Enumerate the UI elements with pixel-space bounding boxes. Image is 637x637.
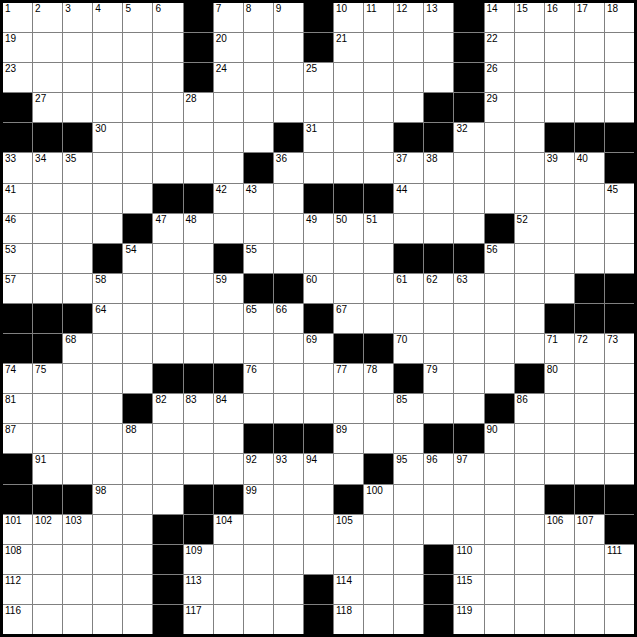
white-cell-r14c18[interactable]: 86 xyxy=(515,394,544,423)
white-cell-r10c16[interactable]: 63 xyxy=(454,274,483,303)
white-cell-r21c16[interactable]: 119 xyxy=(454,605,483,634)
white-cell-r3c1[interactable]: 23 xyxy=(3,63,32,92)
white-cell-r18c18[interactable] xyxy=(515,515,544,544)
white-cell-r17c17[interactable] xyxy=(485,485,514,514)
white-cell-r12c15[interactable] xyxy=(424,334,453,363)
white-cell-r21c10[interactable] xyxy=(274,605,303,634)
white-cell-r13c20[interactable] xyxy=(575,364,604,393)
white-cell-r8c6[interactable]: 47 xyxy=(153,214,182,243)
white-cell-r14c3[interactable] xyxy=(63,394,92,423)
white-cell-r16c19[interactable] xyxy=(545,454,574,483)
white-cell-r3c11[interactable]: 25 xyxy=(304,63,333,92)
white-cell-r17c11[interactable] xyxy=(304,485,333,514)
white-cell-r10c14[interactable]: 61 xyxy=(394,274,423,303)
white-cell-r11c4[interactable]: 64 xyxy=(93,304,122,333)
white-cell-r21c21[interactable] xyxy=(605,605,634,634)
white-cell-r1c4[interactable]: 4 xyxy=(93,3,122,32)
white-cell-r7c2[interactable] xyxy=(33,184,62,213)
white-cell-r8c8[interactable] xyxy=(214,214,243,243)
white-cell-r16c9[interactable]: 92 xyxy=(244,454,273,483)
white-cell-r20c8[interactable] xyxy=(214,575,243,604)
white-cell-r4c14[interactable] xyxy=(394,93,423,122)
white-cell-r2c5[interactable] xyxy=(123,33,152,62)
white-cell-r19c20[interactable] xyxy=(575,545,604,574)
white-cell-r7c14[interactable]: 44 xyxy=(394,184,423,213)
white-cell-r2c9[interactable] xyxy=(244,33,273,62)
white-cell-r13c12[interactable]: 77 xyxy=(334,364,363,393)
white-cell-r20c13[interactable] xyxy=(364,575,393,604)
white-cell-r8c7[interactable]: 48 xyxy=(184,214,213,243)
white-cell-r9c18[interactable] xyxy=(515,244,544,273)
white-cell-r18c20[interactable]: 107 xyxy=(575,515,604,544)
white-cell-r7c4[interactable] xyxy=(93,184,122,213)
white-cell-r20c21[interactable] xyxy=(605,575,634,604)
white-cell-r10c17[interactable] xyxy=(485,274,514,303)
white-cell-r19c2[interactable] xyxy=(33,545,62,574)
white-cell-r5c17[interactable] xyxy=(485,123,514,152)
white-cell-r2c4[interactable] xyxy=(93,33,122,62)
white-cell-r3c15[interactable] xyxy=(424,63,453,92)
white-cell-r8c4[interactable] xyxy=(93,214,122,243)
white-cell-r13c1[interactable]: 74 xyxy=(3,364,32,393)
white-cell-r1c13[interactable]: 11 xyxy=(364,3,393,32)
white-cell-r8c12[interactable]: 50 xyxy=(334,214,363,243)
white-cell-r9c17[interactable]: 56 xyxy=(485,244,514,273)
white-cell-r3c13[interactable] xyxy=(364,63,393,92)
white-cell-r8c13[interactable]: 51 xyxy=(364,214,393,243)
white-cell-r15c6[interactable] xyxy=(153,424,182,453)
white-cell-r11c16[interactable] xyxy=(454,304,483,333)
white-cell-r12c21[interactable]: 73 xyxy=(605,334,634,363)
white-cell-r19c17[interactable] xyxy=(485,545,514,574)
white-cell-r12c4[interactable] xyxy=(93,334,122,363)
white-cell-r6c2[interactable]: 34 xyxy=(33,153,62,182)
white-cell-r20c19[interactable] xyxy=(545,575,574,604)
white-cell-r5c9[interactable] xyxy=(244,123,273,152)
white-cell-r2c14[interactable] xyxy=(394,33,423,62)
white-cell-r19c5[interactable] xyxy=(123,545,152,574)
white-cell-r1c17[interactable]: 14 xyxy=(485,3,514,32)
white-cell-r12c9[interactable] xyxy=(244,334,273,363)
white-cell-r20c18[interactable] xyxy=(515,575,544,604)
white-cell-r21c3[interactable] xyxy=(63,605,92,634)
white-cell-r16c11[interactable]: 94 xyxy=(304,454,333,483)
white-cell-r2c8[interactable]: 20 xyxy=(214,33,243,62)
white-cell-r9c6[interactable] xyxy=(153,244,182,273)
white-cell-r5c7[interactable] xyxy=(184,123,213,152)
white-cell-r13c4[interactable] xyxy=(93,364,122,393)
white-cell-r18c10[interactable] xyxy=(274,515,303,544)
white-cell-r1c19[interactable]: 16 xyxy=(545,3,574,32)
white-cell-r1c9[interactable]: 8 xyxy=(244,3,273,32)
white-cell-r15c18[interactable] xyxy=(515,424,544,453)
white-cell-r18c4[interactable] xyxy=(93,515,122,544)
white-cell-r20c1[interactable]: 112 xyxy=(3,575,32,604)
white-cell-r8c16[interactable] xyxy=(454,214,483,243)
white-cell-r17c9[interactable]: 99 xyxy=(244,485,273,514)
white-cell-r11c5[interactable] xyxy=(123,304,152,333)
white-cell-r8c10[interactable] xyxy=(274,214,303,243)
white-cell-r20c10[interactable] xyxy=(274,575,303,604)
white-cell-r15c7[interactable] xyxy=(184,424,213,453)
white-cell-r7c8[interactable]: 42 xyxy=(214,184,243,213)
white-cell-r14c2[interactable] xyxy=(33,394,62,423)
white-cell-r3c8[interactable]: 24 xyxy=(214,63,243,92)
white-cell-r16c3[interactable] xyxy=(63,454,92,483)
white-cell-r19c8[interactable] xyxy=(214,545,243,574)
white-cell-r15c8[interactable] xyxy=(214,424,243,453)
white-cell-r8c20[interactable] xyxy=(575,214,604,243)
white-cell-r13c17[interactable] xyxy=(485,364,514,393)
white-cell-r11c14[interactable] xyxy=(394,304,423,333)
white-cell-r14c7[interactable]: 83 xyxy=(184,394,213,423)
white-cell-r21c1[interactable]: 116 xyxy=(3,605,32,634)
white-cell-r19c4[interactable] xyxy=(93,545,122,574)
white-cell-r14c10[interactable] xyxy=(274,394,303,423)
white-cell-r20c14[interactable] xyxy=(394,575,423,604)
white-cell-r18c11[interactable] xyxy=(304,515,333,544)
white-cell-r17c6[interactable] xyxy=(153,485,182,514)
white-cell-r6c13[interactable] xyxy=(364,153,393,182)
white-cell-r4c11[interactable] xyxy=(304,93,333,122)
white-cell-r14c16[interactable] xyxy=(454,394,483,423)
white-cell-r12c18[interactable] xyxy=(515,334,544,363)
white-cell-r10c7[interactable] xyxy=(184,274,213,303)
white-cell-r6c19[interactable]: 39 xyxy=(545,153,574,182)
white-cell-r10c8[interactable]: 59 xyxy=(214,274,243,303)
white-cell-r6c7[interactable] xyxy=(184,153,213,182)
white-cell-r1c1[interactable]: 1 xyxy=(3,3,32,32)
white-cell-r10c1[interactable]: 57 xyxy=(3,274,32,303)
white-cell-r6c5[interactable] xyxy=(123,153,152,182)
white-cell-r7c19[interactable] xyxy=(545,184,574,213)
white-cell-r3c6[interactable] xyxy=(153,63,182,92)
white-cell-r14c19[interactable] xyxy=(545,394,574,423)
white-cell-r16c18[interactable] xyxy=(515,454,544,483)
white-cell-r14c21[interactable] xyxy=(605,394,634,423)
white-cell-r7c3[interactable] xyxy=(63,184,92,213)
white-cell-r19c3[interactable] xyxy=(63,545,92,574)
white-cell-r6c3[interactable]: 35 xyxy=(63,153,92,182)
white-cell-r2c6[interactable] xyxy=(153,33,182,62)
white-cell-r15c19[interactable] xyxy=(545,424,574,453)
white-cell-r12c7[interactable] xyxy=(184,334,213,363)
white-cell-r11c10[interactable]: 66 xyxy=(274,304,303,333)
white-cell-r18c15[interactable] xyxy=(424,515,453,544)
white-cell-r13c10[interactable] xyxy=(274,364,303,393)
white-cell-r21c12[interactable]: 118 xyxy=(334,605,363,634)
white-cell-r4c17[interactable]: 29 xyxy=(485,93,514,122)
white-cell-r21c19[interactable] xyxy=(545,605,574,634)
white-cell-r9c12[interactable] xyxy=(334,244,363,273)
white-cell-r2c17[interactable]: 22 xyxy=(485,33,514,62)
white-cell-r14c20[interactable] xyxy=(575,394,604,423)
white-cell-r9c20[interactable] xyxy=(575,244,604,273)
white-cell-r12c11[interactable]: 69 xyxy=(304,334,333,363)
white-cell-r12c16[interactable] xyxy=(454,334,483,363)
white-cell-r3c10[interactable] xyxy=(274,63,303,92)
white-cell-r14c12[interactable] xyxy=(334,394,363,423)
white-cell-r15c3[interactable] xyxy=(63,424,92,453)
white-cell-r16c20[interactable] xyxy=(575,454,604,483)
white-cell-r10c5[interactable] xyxy=(123,274,152,303)
white-cell-r21c2[interactable] xyxy=(33,605,62,634)
white-cell-r12c17[interactable] xyxy=(485,334,514,363)
white-cell-r5c11[interactable]: 31 xyxy=(304,123,333,152)
white-cell-r15c14[interactable] xyxy=(394,424,423,453)
white-cell-r13c5[interactable] xyxy=(123,364,152,393)
white-cell-r9c11[interactable] xyxy=(304,244,333,273)
white-cell-r18c14[interactable] xyxy=(394,515,423,544)
white-cell-r2c19[interactable] xyxy=(545,33,574,62)
white-cell-r21c18[interactable] xyxy=(515,605,544,634)
white-cell-r10c19[interactable] xyxy=(545,274,574,303)
white-cell-r5c13[interactable] xyxy=(364,123,393,152)
white-cell-r8c9[interactable] xyxy=(244,214,273,243)
white-cell-r21c14[interactable] xyxy=(394,605,423,634)
white-cell-r3c2[interactable] xyxy=(33,63,62,92)
white-cell-r18c17[interactable] xyxy=(485,515,514,544)
white-cell-r21c20[interactable] xyxy=(575,605,604,634)
white-cell-r16c8[interactable] xyxy=(214,454,243,483)
white-cell-r1c2[interactable]: 2 xyxy=(33,3,62,32)
white-cell-r11c7[interactable] xyxy=(184,304,213,333)
white-cell-r14c4[interactable] xyxy=(93,394,122,423)
white-cell-r17c18[interactable] xyxy=(515,485,544,514)
white-cell-r4c9[interactable] xyxy=(244,93,273,122)
white-cell-r8c11[interactable]: 49 xyxy=(304,214,333,243)
white-cell-r13c16[interactable] xyxy=(454,364,483,393)
white-cell-r17c16[interactable] xyxy=(454,485,483,514)
white-cell-r19c18[interactable] xyxy=(515,545,544,574)
white-cell-r1c8[interactable]: 7 xyxy=(214,3,243,32)
white-cell-r11c18[interactable] xyxy=(515,304,544,333)
white-cell-r12c6[interactable] xyxy=(153,334,182,363)
white-cell-r3c3[interactable] xyxy=(63,63,92,92)
white-cell-r18c13[interactable] xyxy=(364,515,393,544)
white-cell-r4c19[interactable] xyxy=(545,93,574,122)
white-cell-r3c20[interactable] xyxy=(575,63,604,92)
white-cell-r4c4[interactable] xyxy=(93,93,122,122)
white-cell-r8c1[interactable]: 46 xyxy=(3,214,32,243)
white-cell-r2c2[interactable] xyxy=(33,33,62,62)
white-cell-r18c1[interactable]: 101 xyxy=(3,515,32,544)
white-cell-r8c15[interactable] xyxy=(424,214,453,243)
white-cell-r9c21[interactable] xyxy=(605,244,634,273)
white-cell-r7c20[interactable] xyxy=(575,184,604,213)
white-cell-r6c15[interactable]: 38 xyxy=(424,153,453,182)
white-cell-r16c6[interactable] xyxy=(153,454,182,483)
white-cell-r14c9[interactable] xyxy=(244,394,273,423)
white-cell-r10c13[interactable] xyxy=(364,274,393,303)
white-cell-r4c13[interactable] xyxy=(364,93,393,122)
white-cell-r5c6[interactable] xyxy=(153,123,182,152)
white-cell-r8c18[interactable]: 52 xyxy=(515,214,544,243)
white-cell-r4c6[interactable] xyxy=(153,93,182,122)
white-cell-r1c3[interactable]: 3 xyxy=(63,3,92,32)
white-cell-r19c13[interactable] xyxy=(364,545,393,574)
white-cell-r21c13[interactable] xyxy=(364,605,393,634)
white-cell-r1c10[interactable]: 9 xyxy=(274,3,303,32)
white-cell-r13c19[interactable]: 80 xyxy=(545,364,574,393)
white-cell-r2c20[interactable] xyxy=(575,33,604,62)
white-cell-r18c8[interactable]: 104 xyxy=(214,515,243,544)
white-cell-r6c6[interactable] xyxy=(153,153,182,182)
white-cell-r11c17[interactable] xyxy=(485,304,514,333)
white-cell-r14c1[interactable]: 81 xyxy=(3,394,32,423)
white-cell-r7c21[interactable]: 45 xyxy=(605,184,634,213)
white-cell-r7c9[interactable]: 43 xyxy=(244,184,273,213)
white-cell-r13c11[interactable] xyxy=(304,364,333,393)
white-cell-r4c21[interactable] xyxy=(605,93,634,122)
white-cell-r11c6[interactable] xyxy=(153,304,182,333)
white-cell-r4c7[interactable]: 28 xyxy=(184,93,213,122)
white-cell-r4c5[interactable] xyxy=(123,93,152,122)
white-cell-r14c11[interactable] xyxy=(304,394,333,423)
white-cell-r17c10[interactable] xyxy=(274,485,303,514)
white-cell-r19c1[interactable]: 108 xyxy=(3,545,32,574)
white-cell-r15c13[interactable] xyxy=(364,424,393,453)
white-cell-r16c5[interactable] xyxy=(123,454,152,483)
white-cell-r16c16[interactable]: 97 xyxy=(454,454,483,483)
white-cell-r18c16[interactable] xyxy=(454,515,483,544)
white-cell-r6c14[interactable]: 37 xyxy=(394,153,423,182)
white-cell-r8c14[interactable] xyxy=(394,214,423,243)
white-cell-r21c7[interactable]: 117 xyxy=(184,605,213,634)
white-cell-r17c4[interactable]: 98 xyxy=(93,485,122,514)
white-cell-r3c18[interactable] xyxy=(515,63,544,92)
white-cell-r4c3[interactable] xyxy=(63,93,92,122)
white-cell-r15c2[interactable] xyxy=(33,424,62,453)
white-cell-r16c12[interactable] xyxy=(334,454,363,483)
white-cell-r1c15[interactable]: 13 xyxy=(424,3,453,32)
white-cell-r18c5[interactable] xyxy=(123,515,152,544)
white-cell-r19c19[interactable] xyxy=(545,545,574,574)
white-cell-r19c9[interactable] xyxy=(244,545,273,574)
white-cell-r20c4[interactable] xyxy=(93,575,122,604)
white-cell-r13c13[interactable]: 78 xyxy=(364,364,393,393)
white-cell-r12c8[interactable] xyxy=(214,334,243,363)
white-cell-r5c12[interactable] xyxy=(334,123,363,152)
white-cell-r4c10[interactable] xyxy=(274,93,303,122)
white-cell-r11c13[interactable] xyxy=(364,304,393,333)
white-cell-r3c14[interactable] xyxy=(394,63,423,92)
white-cell-r3c9[interactable] xyxy=(244,63,273,92)
white-cell-r12c3[interactable]: 68 xyxy=(63,334,92,363)
white-cell-r1c18[interactable]: 15 xyxy=(515,3,544,32)
white-cell-r5c18[interactable] xyxy=(515,123,544,152)
white-cell-r20c16[interactable]: 115 xyxy=(454,575,483,604)
white-cell-r5c4[interactable]: 30 xyxy=(93,123,122,152)
white-cell-r8c2[interactable] xyxy=(33,214,62,243)
white-cell-r5c16[interactable]: 32 xyxy=(454,123,483,152)
white-cell-r7c5[interactable] xyxy=(123,184,152,213)
white-cell-r12c14[interactable]: 70 xyxy=(394,334,423,363)
white-cell-r10c18[interactable] xyxy=(515,274,544,303)
white-cell-r10c3[interactable] xyxy=(63,274,92,303)
white-cell-r3c17[interactable]: 26 xyxy=(485,63,514,92)
white-cell-r3c21[interactable] xyxy=(605,63,634,92)
white-cell-r10c15[interactable]: 62 xyxy=(424,274,453,303)
white-cell-r19c14[interactable] xyxy=(394,545,423,574)
white-cell-r2c18[interactable] xyxy=(515,33,544,62)
white-cell-r20c3[interactable] xyxy=(63,575,92,604)
white-cell-r16c4[interactable] xyxy=(93,454,122,483)
white-cell-r16c15[interactable]: 96 xyxy=(424,454,453,483)
white-cell-r1c20[interactable]: 17 xyxy=(575,3,604,32)
white-cell-r9c5[interactable]: 54 xyxy=(123,244,152,273)
white-cell-r14c8[interactable]: 84 xyxy=(214,394,243,423)
white-cell-r1c14[interactable]: 12 xyxy=(394,3,423,32)
white-cell-r8c3[interactable] xyxy=(63,214,92,243)
white-cell-r9c2[interactable] xyxy=(33,244,62,273)
white-cell-r19c10[interactable] xyxy=(274,545,303,574)
white-cell-r15c21[interactable] xyxy=(605,424,634,453)
white-cell-r6c4[interactable] xyxy=(93,153,122,182)
white-cell-r19c12[interactable] xyxy=(334,545,363,574)
white-cell-r7c18[interactable] xyxy=(515,184,544,213)
white-cell-r16c7[interactable] xyxy=(184,454,213,483)
white-cell-r10c11[interactable]: 60 xyxy=(304,274,333,303)
white-cell-r11c9[interactable]: 65 xyxy=(244,304,273,333)
white-cell-r6c18[interactable] xyxy=(515,153,544,182)
white-cell-r20c9[interactable] xyxy=(244,575,273,604)
white-cell-r13c21[interactable] xyxy=(605,364,634,393)
white-cell-r3c5[interactable] xyxy=(123,63,152,92)
white-cell-r21c5[interactable] xyxy=(123,605,152,634)
white-cell-r17c14[interactable] xyxy=(394,485,423,514)
white-cell-r16c21[interactable] xyxy=(605,454,634,483)
white-cell-r15c20[interactable] xyxy=(575,424,604,453)
white-cell-r4c18[interactable] xyxy=(515,93,544,122)
white-cell-r6c17[interactable] xyxy=(485,153,514,182)
white-cell-r4c12[interactable] xyxy=(334,93,363,122)
white-cell-r21c17[interactable] xyxy=(485,605,514,634)
white-cell-r2c13[interactable] xyxy=(364,33,393,62)
white-cell-r18c3[interactable]: 103 xyxy=(63,515,92,544)
white-cell-r16c14[interactable]: 95 xyxy=(394,454,423,483)
white-cell-r9c9[interactable]: 55 xyxy=(244,244,273,273)
white-cell-r17c13[interactable]: 100 xyxy=(364,485,393,514)
white-cell-r4c20[interactable] xyxy=(575,93,604,122)
white-cell-r9c13[interactable] xyxy=(364,244,393,273)
white-cell-r18c9[interactable] xyxy=(244,515,273,544)
white-cell-r15c1[interactable]: 87 xyxy=(3,424,32,453)
white-cell-r13c9[interactable]: 76 xyxy=(244,364,273,393)
white-cell-r7c10[interactable] xyxy=(274,184,303,213)
white-cell-r2c15[interactable] xyxy=(424,33,453,62)
white-cell-r12c5[interactable] xyxy=(123,334,152,363)
white-cell-r16c2[interactable]: 91 xyxy=(33,454,62,483)
white-cell-r14c13[interactable] xyxy=(364,394,393,423)
white-cell-r20c2[interactable] xyxy=(33,575,62,604)
white-cell-r10c4[interactable]: 58 xyxy=(93,274,122,303)
white-cell-r10c2[interactable] xyxy=(33,274,62,303)
white-cell-r8c21[interactable] xyxy=(605,214,634,243)
white-cell-r20c5[interactable] xyxy=(123,575,152,604)
white-cell-r15c12[interactable]: 89 xyxy=(334,424,363,453)
white-cell-r16c17[interactable] xyxy=(485,454,514,483)
white-cell-r19c21[interactable]: 111 xyxy=(605,545,634,574)
white-cell-r13c3[interactable] xyxy=(63,364,92,393)
white-cell-r2c1[interactable]: 19 xyxy=(3,33,32,62)
white-cell-r4c2[interactable]: 27 xyxy=(33,93,62,122)
white-cell-r11c8[interactable] xyxy=(214,304,243,333)
white-cell-r19c11[interactable] xyxy=(304,545,333,574)
white-cell-r21c4[interactable] xyxy=(93,605,122,634)
white-cell-r12c10[interactable] xyxy=(274,334,303,363)
white-cell-r1c5[interactable]: 5 xyxy=(123,3,152,32)
